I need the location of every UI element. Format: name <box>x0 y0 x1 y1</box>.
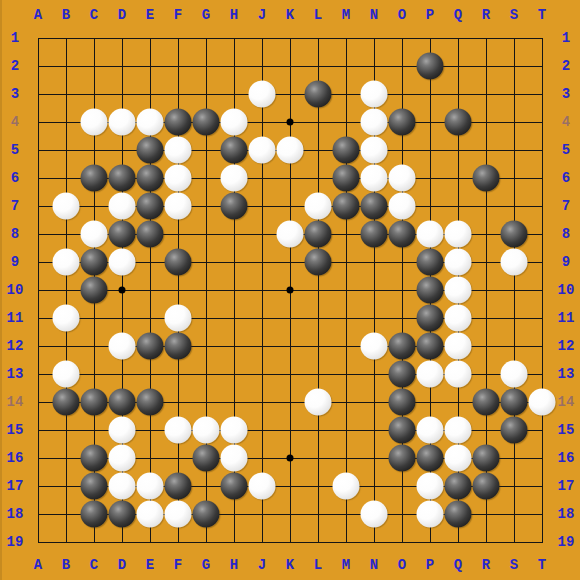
stone-white-P8[interactable] <box>417 221 444 248</box>
stone-white-Q9[interactable] <box>445 249 472 276</box>
stone-black-P9[interactable] <box>417 249 444 276</box>
row-label-right-7: 7 <box>551 196 580 216</box>
row-label-right-1: 1 <box>551 28 580 48</box>
col-label-top-G: G <box>192 5 220 25</box>
row-label-right-6: 6 <box>551 168 580 188</box>
stone-black-B14[interactable] <box>53 389 80 416</box>
stone-black-R16[interactable] <box>473 445 500 472</box>
stone-white-P13[interactable] <box>417 361 444 388</box>
stone-black-L9[interactable] <box>305 249 332 276</box>
row-label-left-5: 5 <box>0 140 30 160</box>
row-label-left-19: 19 <box>0 532 30 552</box>
col-label-bottom-B: B <box>52 555 80 575</box>
col-label-top-A: A <box>24 5 52 25</box>
col-label-bottom-T: T <box>528 555 556 575</box>
stone-white-T14[interactable] <box>529 389 556 416</box>
col-label-top-F: F <box>164 5 192 25</box>
row-label-right-9: 9 <box>551 252 580 272</box>
stone-black-G4[interactable] <box>193 109 220 136</box>
row-label-right-10: 10 <box>551 280 580 300</box>
stone-white-S13[interactable] <box>501 361 528 388</box>
stone-black-D14[interactable] <box>109 389 136 416</box>
stone-white-N4[interactable] <box>361 109 388 136</box>
stone-black-N8[interactable] <box>361 221 388 248</box>
stone-black-L3[interactable] <box>305 81 332 108</box>
stone-black-P10[interactable] <box>417 277 444 304</box>
col-label-top-E: E <box>136 5 164 25</box>
stone-black-S14[interactable] <box>501 389 528 416</box>
stone-white-L14[interactable] <box>305 389 332 416</box>
col-label-bottom-L: L <box>304 555 332 575</box>
stone-white-H15[interactable] <box>221 417 248 444</box>
stone-white-B7[interactable] <box>53 193 80 220</box>
stone-black-D6[interactable] <box>109 165 136 192</box>
stone-black-R6[interactable] <box>473 165 500 192</box>
stone-white-J3[interactable] <box>249 81 276 108</box>
col-label-bottom-P: P <box>416 555 444 575</box>
row-label-left-6: 6 <box>0 168 30 188</box>
stone-white-D16[interactable] <box>109 445 136 472</box>
stone-white-F15[interactable] <box>165 417 192 444</box>
stone-black-H5[interactable] <box>221 137 248 164</box>
row-label-right-3: 3 <box>551 84 580 104</box>
stone-black-O16[interactable] <box>389 445 416 472</box>
stone-black-G16[interactable] <box>193 445 220 472</box>
row-label-left-4: 4 <box>0 112 30 132</box>
stone-white-O7[interactable] <box>389 193 416 220</box>
stone-black-S8[interactable] <box>501 221 528 248</box>
stone-white-Q15[interactable] <box>445 417 472 444</box>
stone-white-P15[interactable] <box>417 417 444 444</box>
stone-black-G18[interactable] <box>193 501 220 528</box>
col-label-bottom-D: D <box>108 555 136 575</box>
stone-white-Q16[interactable] <box>445 445 472 472</box>
stone-white-B13[interactable] <box>53 361 80 388</box>
stone-black-P16[interactable] <box>417 445 444 472</box>
col-label-bottom-Q: Q <box>444 555 472 575</box>
row-label-right-19: 19 <box>551 532 580 552</box>
stone-black-Q18[interactable] <box>445 501 472 528</box>
stone-white-D15[interactable] <box>109 417 136 444</box>
stone-white-C8[interactable] <box>81 221 108 248</box>
row-label-left-3: 3 <box>0 84 30 104</box>
col-label-top-L: L <box>304 5 332 25</box>
stone-black-E5[interactable] <box>137 137 164 164</box>
stone-black-C17[interactable] <box>81 473 108 500</box>
stone-white-H6[interactable] <box>221 165 248 192</box>
col-label-bottom-F: F <box>164 555 192 575</box>
stone-white-F18[interactable] <box>165 501 192 528</box>
row-label-right-11: 11 <box>551 308 580 328</box>
stone-white-Q10[interactable] <box>445 277 472 304</box>
col-label-bottom-M: M <box>332 555 360 575</box>
stone-black-R14[interactable] <box>473 389 500 416</box>
row-label-right-4: 4 <box>551 112 580 132</box>
col-label-top-R: R <box>472 5 500 25</box>
col-label-bottom-O: O <box>388 555 416 575</box>
stone-black-C14[interactable] <box>81 389 108 416</box>
stone-black-E6[interactable] <box>137 165 164 192</box>
stone-white-N6[interactable] <box>361 165 388 192</box>
col-label-top-N: N <box>360 5 388 25</box>
row-label-right-13: 13 <box>551 364 580 384</box>
col-label-bottom-R: R <box>472 555 500 575</box>
stone-white-E17[interactable] <box>137 473 164 500</box>
row-label-right-16: 16 <box>551 448 580 468</box>
stone-black-Q17[interactable] <box>445 473 472 500</box>
col-label-bottom-H: H <box>220 555 248 575</box>
stone-white-D4[interactable] <box>109 109 136 136</box>
row-label-right-12: 12 <box>551 336 580 356</box>
stone-black-E14[interactable] <box>137 389 164 416</box>
col-label-top-J: J <box>248 5 276 25</box>
stone-white-J5[interactable] <box>249 137 276 164</box>
stone-black-C10[interactable] <box>81 277 108 304</box>
stone-white-F6[interactable] <box>165 165 192 192</box>
stone-black-C9[interactable] <box>81 249 108 276</box>
stone-black-S15[interactable] <box>501 417 528 444</box>
stone-black-D8[interactable] <box>109 221 136 248</box>
stone-white-L7[interactable] <box>305 193 332 220</box>
stone-black-M6[interactable] <box>333 165 360 192</box>
stone-black-O13[interactable] <box>389 361 416 388</box>
stone-white-N12[interactable] <box>361 333 388 360</box>
stone-white-Q11[interactable] <box>445 305 472 332</box>
stone-black-R17[interactable] <box>473 473 500 500</box>
row-label-left-9: 9 <box>0 252 30 272</box>
col-label-top-O: O <box>388 5 416 25</box>
stone-black-C16[interactable] <box>81 445 108 472</box>
stone-white-E4[interactable] <box>137 109 164 136</box>
col-label-bottom-N: N <box>360 555 388 575</box>
stone-white-C4[interactable] <box>81 109 108 136</box>
stone-black-O14[interactable] <box>389 389 416 416</box>
star-point-D10 <box>119 287 126 294</box>
stone-black-P11[interactable] <box>417 305 444 332</box>
row-label-right-17: 17 <box>551 476 580 496</box>
stone-white-P17[interactable] <box>417 473 444 500</box>
stone-white-P18[interactable] <box>417 501 444 528</box>
row-label-left-10: 10 <box>0 280 30 300</box>
go-board[interactable]: AABBCCDDEEFFGGHHJJKKLLMMNNOOPPQQRRSSTT11… <box>0 0 580 580</box>
row-label-left-13: 13 <box>0 364 30 384</box>
stone-black-E7[interactable] <box>137 193 164 220</box>
row-label-right-2: 2 <box>551 56 580 76</box>
stone-black-H17[interactable] <box>221 473 248 500</box>
col-label-top-P: P <box>416 5 444 25</box>
row-label-left-17: 17 <box>0 476 30 496</box>
row-label-left-18: 18 <box>0 504 30 524</box>
row-label-left-8: 8 <box>0 224 30 244</box>
stone-black-Q4[interactable] <box>445 109 472 136</box>
col-label-bottom-E: E <box>136 555 164 575</box>
stone-white-O6[interactable] <box>389 165 416 192</box>
row-label-left-2: 2 <box>0 56 30 76</box>
stone-black-P2[interactable] <box>417 53 444 80</box>
stone-black-N7[interactable] <box>361 193 388 220</box>
stone-white-H4[interactable] <box>221 109 248 136</box>
stone-white-F11[interactable] <box>165 305 192 332</box>
stone-white-D17[interactable] <box>109 473 136 500</box>
stone-black-F4[interactable] <box>165 109 192 136</box>
stone-white-S9[interactable] <box>501 249 528 276</box>
row-label-right-15: 15 <box>551 420 580 440</box>
star-point-K4 <box>287 119 294 126</box>
row-label-left-7: 7 <box>0 196 30 216</box>
col-label-top-M: M <box>332 5 360 25</box>
col-label-top-S: S <box>500 5 528 25</box>
stone-black-C18[interactable] <box>81 501 108 528</box>
stone-white-Q8[interactable] <box>445 221 472 248</box>
row-label-left-14: 14 <box>0 392 30 412</box>
row-label-right-5: 5 <box>551 140 580 160</box>
star-point-K10 <box>287 287 294 294</box>
row-label-left-16: 16 <box>0 448 30 468</box>
col-label-bottom-J: J <box>248 555 276 575</box>
row-label-right-18: 18 <box>551 504 580 524</box>
row-label-right-8: 8 <box>551 224 580 244</box>
stone-white-F7[interactable] <box>165 193 192 220</box>
col-label-top-Q: Q <box>444 5 472 25</box>
stone-white-G15[interactable] <box>193 417 220 444</box>
stone-white-J17[interactable] <box>249 473 276 500</box>
row-label-left-15: 15 <box>0 420 30 440</box>
stone-white-E18[interactable] <box>137 501 164 528</box>
col-label-bottom-A: A <box>24 555 52 575</box>
star-point-K16 <box>287 455 294 462</box>
col-label-top-K: K <box>276 5 304 25</box>
stone-white-M17[interactable] <box>333 473 360 500</box>
stone-black-D18[interactable] <box>109 501 136 528</box>
stone-white-K8[interactable] <box>277 221 304 248</box>
stone-white-H16[interactable] <box>221 445 248 472</box>
col-label-bottom-G: G <box>192 555 220 575</box>
stone-black-O12[interactable] <box>389 333 416 360</box>
col-label-bottom-C: C <box>80 555 108 575</box>
row-label-left-1: 1 <box>0 28 30 48</box>
stone-white-D9[interactable] <box>109 249 136 276</box>
col-label-bottom-K: K <box>276 555 304 575</box>
stone-white-B11[interactable] <box>53 305 80 332</box>
stone-white-N18[interactable] <box>361 501 388 528</box>
stone-black-E8[interactable] <box>137 221 164 248</box>
stone-white-B9[interactable] <box>53 249 80 276</box>
stone-white-Q13[interactable] <box>445 361 472 388</box>
stone-black-O8[interactable] <box>389 221 416 248</box>
stone-white-D12[interactable] <box>109 333 136 360</box>
col-label-top-D: D <box>108 5 136 25</box>
stone-white-K5[interactable] <box>277 137 304 164</box>
stone-white-N5[interactable] <box>361 137 388 164</box>
stone-black-M5[interactable] <box>333 137 360 164</box>
stone-black-P12[interactable] <box>417 333 444 360</box>
stone-black-M7[interactable] <box>333 193 360 220</box>
stone-white-D7[interactable] <box>109 193 136 220</box>
row-label-left-12: 12 <box>0 336 30 356</box>
stone-black-C6[interactable] <box>81 165 108 192</box>
col-label-top-T: T <box>528 5 556 25</box>
stone-black-E12[interactable] <box>137 333 164 360</box>
col-label-top-B: B <box>52 5 80 25</box>
stone-black-L8[interactable] <box>305 221 332 248</box>
stone-black-F9[interactable] <box>165 249 192 276</box>
col-label-top-C: C <box>80 5 108 25</box>
col-label-top-H: H <box>220 5 248 25</box>
stone-white-N3[interactable] <box>361 81 388 108</box>
stone-white-Q12[interactable] <box>445 333 472 360</box>
stone-black-H7[interactable] <box>221 193 248 220</box>
stone-black-F17[interactable] <box>165 473 192 500</box>
col-label-bottom-S: S <box>500 555 528 575</box>
row-label-left-11: 11 <box>0 308 30 328</box>
stone-black-O4[interactable] <box>389 109 416 136</box>
stone-white-F5[interactable] <box>165 137 192 164</box>
stone-black-O15[interactable] <box>389 417 416 444</box>
stone-black-F12[interactable] <box>165 333 192 360</box>
